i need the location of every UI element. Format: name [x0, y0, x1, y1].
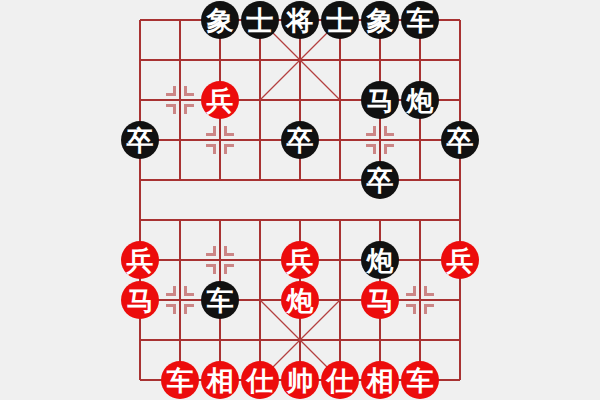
- star-point-corner: [384, 126, 394, 136]
- piece-red-soldier[interactable]: 兵: [121, 241, 159, 279]
- piece-black-advisor[interactable]: 士: [241, 1, 279, 39]
- board-point: 卒: [120, 120, 160, 160]
- board-point: 仕: [320, 360, 360, 400]
- piece-red-elephant[interactable]: 相: [361, 361, 399, 399]
- star-point-mark: [400, 280, 440, 320]
- piece-black-chariot[interactable]: 车: [201, 281, 239, 319]
- piece-black-chariot[interactable]: 车: [401, 1, 439, 39]
- board-point: 仕: [240, 360, 280, 400]
- board-point: 兵: [440, 240, 480, 280]
- star-point-corner: [224, 264, 234, 274]
- star-point-corner: [206, 264, 216, 274]
- piece-red-cannon[interactable]: 炮: [281, 281, 319, 319]
- piece-black-soldier[interactable]: 卒: [441, 121, 479, 159]
- piece-red-horse[interactable]: 马: [361, 281, 399, 319]
- star-point-corner: [384, 144, 394, 154]
- board-point: 兵: [200, 80, 240, 120]
- board-point: 士: [240, 0, 280, 40]
- star-point-corner: [166, 304, 176, 314]
- board-point: 车: [160, 360, 200, 400]
- board-point: 马: [360, 280, 400, 320]
- board-point: 车: [400, 0, 440, 40]
- piece-red-elephant[interactable]: 相: [201, 361, 239, 399]
- xiangqi-board[interactable]: 象士将士象车兵马炮卒卒卒卒兵兵炮兵马车炮马车相仕帅仕相车: [120, 0, 480, 400]
- star-point-corner: [206, 246, 216, 256]
- piece-black-soldier[interactable]: 卒: [361, 161, 399, 199]
- xiangqi-app: 象士将士象车兵马炮卒卒卒卒兵兵炮兵马车炮马车相仕帅仕相车: [0, 0, 600, 400]
- star-point-corner: [184, 286, 194, 296]
- star-point-corner: [424, 286, 434, 296]
- star-point-corner: [206, 126, 216, 136]
- board-point: 帅: [280, 360, 320, 400]
- board-point: 车: [200, 280, 240, 320]
- board-point: 将: [280, 0, 320, 40]
- star-point-corner: [206, 144, 216, 154]
- star-point-corner: [224, 246, 234, 256]
- piece-red-soldier[interactable]: 兵: [441, 241, 479, 279]
- star-point-corner: [184, 304, 194, 314]
- piece-red-general[interactable]: 帅: [281, 361, 319, 399]
- piece-black-cannon[interactable]: 炮: [361, 241, 399, 279]
- piece-red-chariot[interactable]: 车: [401, 361, 439, 399]
- star-point-corner: [366, 126, 376, 136]
- piece-red-chariot[interactable]: 车: [161, 361, 199, 399]
- board-point: 兵: [120, 240, 160, 280]
- piece-black-general[interactable]: 将: [281, 1, 319, 39]
- star-point-corner: [366, 144, 376, 154]
- star-point-corner: [224, 144, 234, 154]
- board-point: 士: [320, 0, 360, 40]
- star-point-mark: [200, 120, 240, 160]
- piece-black-soldier[interactable]: 卒: [121, 121, 159, 159]
- board-point: 象: [200, 0, 240, 40]
- board-point: 象: [360, 0, 400, 40]
- board-point: 相: [360, 360, 400, 400]
- star-point-mark: [160, 280, 200, 320]
- star-point-mark: [160, 80, 200, 120]
- star-point-corner: [424, 304, 434, 314]
- star-point-mark: [360, 120, 400, 160]
- star-point-corner: [184, 104, 194, 114]
- board-point: 卒: [280, 120, 320, 160]
- piece-black-horse[interactable]: 马: [361, 81, 399, 119]
- star-point-corner: [224, 126, 234, 136]
- board-point: 兵: [280, 240, 320, 280]
- piece-red-advisor[interactable]: 仕: [321, 361, 359, 399]
- piece-red-soldier[interactable]: 兵: [201, 81, 239, 119]
- piece-black-elephant[interactable]: 象: [201, 1, 239, 39]
- piece-black-soldier[interactable]: 卒: [281, 121, 319, 159]
- star-point-mark: [200, 240, 240, 280]
- piece-black-cannon[interactable]: 炮: [401, 81, 439, 119]
- star-point-corner: [166, 104, 176, 114]
- piece-black-elephant[interactable]: 象: [361, 1, 399, 39]
- board-point: 炮: [400, 80, 440, 120]
- piece-black-advisor[interactable]: 士: [321, 1, 359, 39]
- piece-red-horse[interactable]: 马: [121, 281, 159, 319]
- board-point: 马: [360, 80, 400, 120]
- star-point-corner: [166, 286, 176, 296]
- piece-red-soldier[interactable]: 兵: [281, 241, 319, 279]
- board-point: 炮: [280, 280, 320, 320]
- star-point-corner: [166, 86, 176, 96]
- board-point: 卒: [360, 160, 400, 200]
- star-point-corner: [406, 304, 416, 314]
- board-point: 卒: [440, 120, 480, 160]
- board-point: 马: [120, 280, 160, 320]
- star-point-corner: [184, 86, 194, 96]
- star-point-corner: [406, 286, 416, 296]
- board-point: 相: [200, 360, 240, 400]
- piece-red-advisor[interactable]: 仕: [241, 361, 279, 399]
- board-point: 炮: [360, 240, 400, 280]
- board-point: 车: [400, 360, 440, 400]
